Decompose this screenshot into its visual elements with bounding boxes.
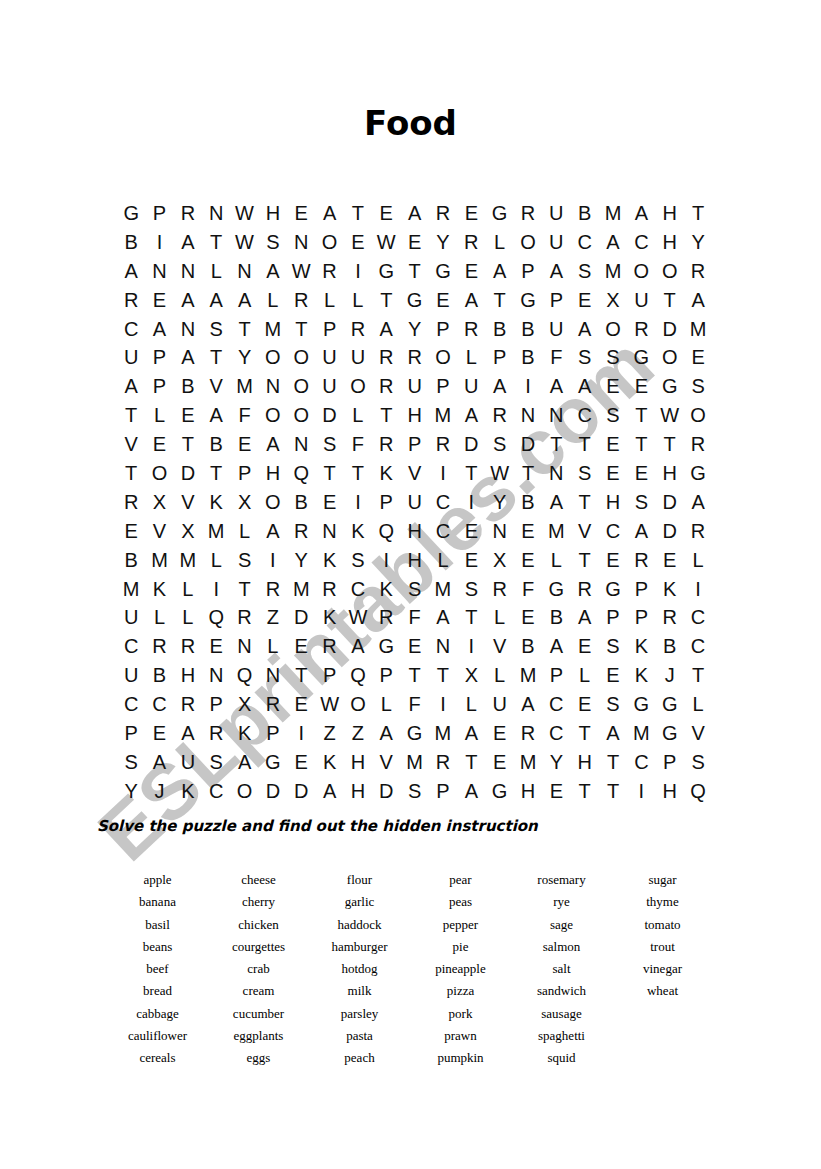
grid-cell[interactable]: B xyxy=(514,315,542,344)
grid-cell[interactable]: Y xyxy=(542,748,570,777)
grid-cell[interactable]: E xyxy=(684,343,712,372)
grid-cell[interactable]: M xyxy=(230,372,258,401)
grid-cell[interactable]: T xyxy=(627,430,655,459)
grid-cell[interactable]: H xyxy=(400,546,428,575)
grid-cell[interactable]: E xyxy=(656,546,684,575)
grid-cell[interactable]: V xyxy=(485,632,513,661)
grid-cell[interactable]: G xyxy=(372,632,400,661)
grid-cell[interactable]: U xyxy=(542,315,570,344)
grid-cell[interactable]: T xyxy=(344,459,372,488)
grid-cell[interactable]: B xyxy=(145,661,173,690)
grid-cell[interactable]: I xyxy=(344,257,372,286)
grid-cell[interactable]: R xyxy=(344,315,372,344)
grid-cell[interactable]: G xyxy=(514,286,542,315)
grid-cell[interactable]: L xyxy=(174,575,202,604)
grid-cell[interactable]: D xyxy=(287,603,315,632)
grid-cell[interactable]: U xyxy=(174,748,202,777)
grid-cell[interactable]: Q xyxy=(230,661,258,690)
grid-cell[interactable]: U xyxy=(627,286,655,315)
grid-cell[interactable]: R xyxy=(145,632,173,661)
grid-cell[interactable]: T xyxy=(656,430,684,459)
grid-cell[interactable]: X xyxy=(145,488,173,517)
grid-cell[interactable]: T xyxy=(656,286,684,315)
grid-cell[interactable]: E xyxy=(117,517,145,546)
grid-cell[interactable]: M xyxy=(514,748,542,777)
grid-cell[interactable]: T xyxy=(230,315,258,344)
grid-cell[interactable]: O xyxy=(287,372,315,401)
grid-cell[interactable]: R xyxy=(117,286,145,315)
grid-cell[interactable]: R xyxy=(202,719,230,748)
grid-cell[interactable]: C xyxy=(117,315,145,344)
grid-cell[interactable]: M xyxy=(684,315,712,344)
grid-cell[interactable]: I xyxy=(145,228,173,257)
grid-cell[interactable]: L xyxy=(315,286,343,315)
grid-cell[interactable]: M xyxy=(117,575,145,604)
grid-cell[interactable]: I xyxy=(287,719,315,748)
grid-cell[interactable]: N xyxy=(514,401,542,430)
grid-cell[interactable]: D xyxy=(174,459,202,488)
grid-cell[interactable]: P xyxy=(259,719,287,748)
grid-cell[interactable]: E xyxy=(230,430,258,459)
grid-cell[interactable]: E xyxy=(457,257,485,286)
grid-cell[interactable]: K xyxy=(315,546,343,575)
grid-cell[interactable]: A xyxy=(429,603,457,632)
grid-cell[interactable]: L xyxy=(145,603,173,632)
grid-cell[interactable]: W xyxy=(485,459,513,488)
grid-cell[interactable]: T xyxy=(627,401,655,430)
grid-cell[interactable]: E xyxy=(202,632,230,661)
grid-cell[interactable]: R xyxy=(315,575,343,604)
grid-cell[interactable]: D xyxy=(656,315,684,344)
grid-cell[interactable]: R xyxy=(514,719,542,748)
grid-cell[interactable]: L xyxy=(684,690,712,719)
grid-cell[interactable]: K xyxy=(230,719,258,748)
grid-cell[interactable]: R xyxy=(117,488,145,517)
grid-cell[interactable]: W xyxy=(656,401,684,430)
grid-cell[interactable]: E xyxy=(145,430,173,459)
grid-cell[interactable]: L xyxy=(485,603,513,632)
grid-cell[interactable]: N xyxy=(202,661,230,690)
grid-cell[interactable]: O xyxy=(145,459,173,488)
grid-cell[interactable]: R xyxy=(429,430,457,459)
grid-cell[interactable]: Y xyxy=(117,777,145,806)
grid-cell[interactable]: K xyxy=(656,575,684,604)
grid-cell[interactable]: U xyxy=(315,372,343,401)
grid-cell[interactable]: S xyxy=(315,430,343,459)
grid-cell[interactable]: I xyxy=(429,459,457,488)
grid-cell[interactable]: O xyxy=(259,343,287,372)
grid-cell[interactable]: F xyxy=(400,603,428,632)
grid-cell[interactable]: A xyxy=(344,632,372,661)
grid-cell[interactable]: G xyxy=(542,575,570,604)
grid-cell[interactable]: E xyxy=(287,690,315,719)
grid-cell[interactable]: I xyxy=(457,488,485,517)
grid-cell[interactable]: G xyxy=(485,777,513,806)
grid-cell[interactable]: S xyxy=(599,343,627,372)
grid-cell[interactable]: P xyxy=(372,488,400,517)
grid-cell[interactable]: L xyxy=(230,517,258,546)
grid-cell[interactable]: A xyxy=(571,603,599,632)
grid-cell[interactable]: R xyxy=(627,315,655,344)
grid-cell[interactable]: O xyxy=(656,343,684,372)
grid-cell[interactable]: T xyxy=(372,286,400,315)
grid-cell[interactable]: T xyxy=(599,777,627,806)
grid-cell[interactable]: H xyxy=(656,459,684,488)
grid-cell[interactable]: O xyxy=(287,343,315,372)
grid-cell[interactable]: E xyxy=(627,459,655,488)
grid-cell[interactable]: A xyxy=(684,286,712,315)
grid-cell[interactable]: L xyxy=(457,690,485,719)
grid-cell[interactable]: N xyxy=(429,632,457,661)
grid-cell[interactable]: P xyxy=(315,661,343,690)
grid-cell[interactable]: R xyxy=(485,575,513,604)
grid-cell[interactable]: A xyxy=(542,372,570,401)
grid-cell[interactable]: P xyxy=(400,430,428,459)
grid-cell[interactable]: M xyxy=(429,575,457,604)
grid-cell[interactable]: S xyxy=(684,372,712,401)
grid-cell[interactable]: N xyxy=(259,661,287,690)
grid-cell[interactable]: R xyxy=(259,690,287,719)
grid-cell[interactable]: H xyxy=(656,199,684,228)
grid-cell[interactable]: R xyxy=(429,748,457,777)
grid-cell[interactable]: P xyxy=(145,343,173,372)
grid-cell[interactable]: U xyxy=(457,372,485,401)
grid-cell[interactable]: R xyxy=(174,632,202,661)
grid-cell[interactable]: L xyxy=(202,257,230,286)
grid-cell[interactable]: A xyxy=(485,372,513,401)
grid-cell[interactable]: V xyxy=(202,372,230,401)
grid-cell[interactable]: U xyxy=(485,690,513,719)
grid-cell[interactable]: Y xyxy=(485,488,513,517)
grid-cell[interactable]: T xyxy=(429,661,457,690)
grid-cell[interactable]: X xyxy=(230,690,258,719)
grid-cell[interactable]: M xyxy=(514,661,542,690)
grid-cell[interactable]: L xyxy=(259,286,287,315)
grid-cell[interactable]: T xyxy=(571,546,599,575)
grid-cell[interactable]: N xyxy=(542,459,570,488)
grid-cell[interactable]: G xyxy=(656,719,684,748)
grid-cell[interactable]: A xyxy=(485,257,513,286)
grid-cell[interactable]: L xyxy=(344,401,372,430)
grid-cell[interactable]: T xyxy=(684,199,712,228)
grid-cell[interactable]: B xyxy=(117,228,145,257)
grid-cell[interactable]: O xyxy=(287,401,315,430)
grid-cell[interactable]: Y xyxy=(429,228,457,257)
grid-cell[interactable]: R xyxy=(287,517,315,546)
grid-cell[interactable]: S xyxy=(599,690,627,719)
grid-cell[interactable]: L xyxy=(174,603,202,632)
grid-cell[interactable]: T xyxy=(571,488,599,517)
grid-cell[interactable]: T xyxy=(202,228,230,257)
grid-cell[interactable]: A xyxy=(542,257,570,286)
grid-cell[interactable]: R xyxy=(259,575,287,604)
grid-cell[interactable]: N xyxy=(259,372,287,401)
grid-cell[interactable]: V xyxy=(400,459,428,488)
grid-cell[interactable]: C xyxy=(571,401,599,430)
grid-cell[interactable]: A xyxy=(174,286,202,315)
grid-cell[interactable]: A xyxy=(542,488,570,517)
grid-cell[interactable]: X xyxy=(599,286,627,315)
grid-cell[interactable]: A xyxy=(202,286,230,315)
grid-cell[interactable]: A xyxy=(230,748,258,777)
grid-cell[interactable]: G xyxy=(117,199,145,228)
grid-cell[interactable]: O xyxy=(514,228,542,257)
grid-cell[interactable]: I xyxy=(429,690,457,719)
grid-cell[interactable]: B xyxy=(287,488,315,517)
grid-cell[interactable]: C xyxy=(117,690,145,719)
grid-cell[interactable]: K xyxy=(372,575,400,604)
grid-cell[interactable]: O xyxy=(259,401,287,430)
grid-cell[interactable]: A xyxy=(400,199,428,228)
grid-cell[interactable]: E xyxy=(571,632,599,661)
grid-cell[interactable]: A xyxy=(457,777,485,806)
grid-cell[interactable]: V xyxy=(117,430,145,459)
grid-cell[interactable]: P xyxy=(145,199,173,228)
grid-cell[interactable]: C xyxy=(202,777,230,806)
grid-cell[interactable]: D xyxy=(514,430,542,459)
grid-cell[interactable]: Q xyxy=(287,459,315,488)
grid-cell[interactable]: R xyxy=(684,257,712,286)
grid-cell[interactable]: A xyxy=(259,430,287,459)
grid-cell[interactable]: D xyxy=(315,401,343,430)
grid-cell[interactable]: S xyxy=(230,546,258,575)
grid-cell[interactable]: R xyxy=(372,343,400,372)
grid-cell[interactable]: N xyxy=(287,430,315,459)
grid-cell[interactable]: O xyxy=(315,228,343,257)
grid-cell[interactable]: S xyxy=(400,777,428,806)
grid-cell[interactable]: U xyxy=(400,488,428,517)
grid-cell[interactable]: N xyxy=(145,257,173,286)
grid-cell[interactable]: P xyxy=(117,719,145,748)
grid-cell[interactable]: D xyxy=(372,777,400,806)
grid-cell[interactable]: P xyxy=(145,372,173,401)
grid-cell[interactable]: G xyxy=(429,257,457,286)
grid-cell[interactable]: O xyxy=(259,488,287,517)
grid-cell[interactable]: N xyxy=(542,401,570,430)
grid-cell[interactable]: O xyxy=(656,257,684,286)
grid-cell[interactable]: N xyxy=(485,517,513,546)
grid-cell[interactable]: N xyxy=(202,199,230,228)
grid-cell[interactable]: B xyxy=(202,430,230,459)
grid-cell[interactable]: T xyxy=(174,430,202,459)
grid-cell[interactable]: A xyxy=(599,228,627,257)
grid-cell[interactable]: I xyxy=(684,575,712,604)
grid-cell[interactable]: Q xyxy=(202,603,230,632)
grid-cell[interactable]: C xyxy=(627,228,655,257)
grid-cell[interactable]: H xyxy=(514,777,542,806)
grid-cell[interactable]: T xyxy=(344,199,372,228)
grid-cell[interactable]: E xyxy=(599,546,627,575)
grid-cell[interactable]: H xyxy=(259,459,287,488)
grid-cell[interactable]: T xyxy=(684,661,712,690)
grid-cell[interactable]: C xyxy=(542,690,570,719)
grid-cell[interactable]: E xyxy=(372,199,400,228)
grid-cell[interactable]: S xyxy=(571,257,599,286)
grid-cell[interactable]: H xyxy=(599,488,627,517)
grid-cell[interactable]: G xyxy=(627,343,655,372)
grid-cell[interactable]: F xyxy=(542,343,570,372)
grid-cell[interactable]: A xyxy=(627,199,655,228)
grid-cell[interactable]: K xyxy=(344,517,372,546)
grid-cell[interactable]: E xyxy=(514,546,542,575)
grid-cell[interactable]: A xyxy=(372,719,400,748)
grid-cell[interactable]: D xyxy=(656,488,684,517)
grid-cell[interactable]: D xyxy=(457,430,485,459)
grid-cell[interactable]: M xyxy=(627,719,655,748)
grid-cell[interactable]: T xyxy=(514,459,542,488)
grid-cell[interactable]: B xyxy=(514,632,542,661)
grid-cell[interactable]: A xyxy=(202,401,230,430)
grid-cell[interactable]: H xyxy=(344,748,372,777)
grid-cell[interactable]: M xyxy=(599,257,627,286)
grid-cell[interactable]: J xyxy=(145,777,173,806)
grid-cell[interactable]: S xyxy=(400,575,428,604)
grid-cell[interactable]: L xyxy=(145,401,173,430)
grid-cell[interactable]: A xyxy=(145,315,173,344)
grid-cell[interactable]: S xyxy=(571,343,599,372)
grid-cell[interactable]: E xyxy=(287,199,315,228)
grid-cell[interactable]: C xyxy=(684,632,712,661)
grid-cell[interactable]: P xyxy=(542,286,570,315)
grid-cell[interactable]: B xyxy=(514,343,542,372)
grid-cell[interactable]: U xyxy=(542,199,570,228)
grid-cell[interactable]: K xyxy=(372,459,400,488)
grid-cell[interactable]: L xyxy=(457,343,485,372)
grid-cell[interactable]: O xyxy=(599,315,627,344)
grid-cell[interactable]: E xyxy=(145,719,173,748)
grid-cell[interactable]: B xyxy=(174,372,202,401)
grid-cell[interactable]: K xyxy=(145,575,173,604)
grid-cell[interactable]: K xyxy=(174,777,202,806)
grid-cell[interactable]: V xyxy=(571,517,599,546)
grid-cell[interactable]: P xyxy=(514,257,542,286)
grid-cell[interactable]: P xyxy=(542,661,570,690)
grid-cell[interactable]: G xyxy=(599,575,627,604)
grid-cell[interactable]: G xyxy=(656,690,684,719)
grid-cell[interactable]: L xyxy=(429,546,457,575)
grid-cell[interactable]: I xyxy=(457,632,485,661)
grid-cell[interactable]: E xyxy=(457,199,485,228)
grid-cell[interactable]: P xyxy=(202,690,230,719)
grid-cell[interactable]: X xyxy=(485,546,513,575)
grid-cell[interactable]: K xyxy=(202,488,230,517)
grid-cell[interactable]: B xyxy=(571,199,599,228)
grid-cell[interactable]: E xyxy=(599,459,627,488)
grid-cell[interactable]: E xyxy=(287,748,315,777)
grid-cell[interactable]: X xyxy=(230,488,258,517)
grid-cell[interactable]: S xyxy=(599,632,627,661)
grid-cell[interactable]: S xyxy=(599,401,627,430)
grid-cell[interactable]: N xyxy=(315,517,343,546)
grid-cell[interactable]: V xyxy=(174,488,202,517)
grid-cell[interactable]: S xyxy=(344,546,372,575)
grid-cell[interactable]: H xyxy=(400,517,428,546)
grid-cell[interactable]: T xyxy=(571,777,599,806)
grid-cell[interactable]: G xyxy=(400,719,428,748)
grid-cell[interactable]: P xyxy=(485,343,513,372)
grid-cell[interactable]: K xyxy=(627,661,655,690)
grid-cell[interactable]: C xyxy=(542,719,570,748)
grid-cell[interactable]: C xyxy=(429,488,457,517)
grid-cell[interactable]: S xyxy=(684,748,712,777)
grid-cell[interactable]: S xyxy=(457,575,485,604)
grid-cell[interactable]: K xyxy=(627,632,655,661)
grid-cell[interactable]: S xyxy=(202,315,230,344)
grid-cell[interactable]: P xyxy=(429,372,457,401)
grid-cell[interactable]: E xyxy=(514,603,542,632)
grid-cell[interactable]: L xyxy=(485,661,513,690)
grid-cell[interactable]: P xyxy=(429,315,457,344)
grid-cell[interactable]: S xyxy=(117,748,145,777)
grid-cell[interactable]: K xyxy=(315,603,343,632)
grid-cell[interactable]: Q xyxy=(684,777,712,806)
grid-cell[interactable]: G xyxy=(684,459,712,488)
grid-cell[interactable]: A xyxy=(117,372,145,401)
grid-cell[interactable]: T xyxy=(485,286,513,315)
grid-cell[interactable]: R xyxy=(514,199,542,228)
grid-cell[interactable]: T xyxy=(315,459,343,488)
grid-cell[interactable]: P xyxy=(315,315,343,344)
grid-cell[interactable]: M xyxy=(145,546,173,575)
grid-cell[interactable]: E xyxy=(571,690,599,719)
grid-cell[interactable]: T xyxy=(400,661,428,690)
grid-cell[interactable]: B xyxy=(542,603,570,632)
grid-cell[interactable]: T xyxy=(202,343,230,372)
grid-cell[interactable]: W xyxy=(315,690,343,719)
grid-cell[interactable]: D xyxy=(259,777,287,806)
grid-cell[interactable]: V xyxy=(145,517,173,546)
grid-cell[interactable]: R xyxy=(429,199,457,228)
grid-cell[interactable]: R xyxy=(315,632,343,661)
grid-cell[interactable]: E xyxy=(599,430,627,459)
grid-cell[interactable]: F xyxy=(230,401,258,430)
grid-cell[interactable]: C xyxy=(571,228,599,257)
grid-cell[interactable]: P xyxy=(372,661,400,690)
grid-cell[interactable]: E xyxy=(457,517,485,546)
grid-cell[interactable]: G xyxy=(259,748,287,777)
grid-cell[interactable]: O xyxy=(684,401,712,430)
grid-cell[interactable]: I xyxy=(514,372,542,401)
grid-cell[interactable]: A xyxy=(259,517,287,546)
grid-cell[interactable]: U xyxy=(117,603,145,632)
grid-cell[interactable]: E xyxy=(315,488,343,517)
grid-cell[interactable]: I xyxy=(627,777,655,806)
grid-cell[interactable]: T xyxy=(230,575,258,604)
grid-cell[interactable]: B xyxy=(514,488,542,517)
grid-cell[interactable]: G xyxy=(372,257,400,286)
grid-cell[interactable]: R xyxy=(457,315,485,344)
grid-cell[interactable]: N xyxy=(230,632,258,661)
grid-cell[interactable]: S xyxy=(571,459,599,488)
grid-cell[interactable]: R xyxy=(485,401,513,430)
grid-cell[interactable]: U xyxy=(400,372,428,401)
grid-cell[interactable]: G xyxy=(656,372,684,401)
grid-cell[interactable]: D xyxy=(287,777,315,806)
grid-cell[interactable]: I xyxy=(344,488,372,517)
grid-cell[interactable]: E xyxy=(344,228,372,257)
grid-cell[interactable]: N xyxy=(174,315,202,344)
grid-cell[interactable]: X xyxy=(174,517,202,546)
grid-cell[interactable]: Q xyxy=(372,517,400,546)
grid-cell[interactable]: L xyxy=(571,661,599,690)
grid-cell[interactable]: C xyxy=(429,517,457,546)
grid-cell[interactable]: A xyxy=(542,632,570,661)
grid-cell[interactable]: M xyxy=(400,748,428,777)
grid-cell[interactable]: R xyxy=(174,690,202,719)
grid-cell[interactable]: R xyxy=(174,199,202,228)
grid-cell[interactable]: M xyxy=(287,575,315,604)
grid-cell[interactable]: T xyxy=(599,748,627,777)
